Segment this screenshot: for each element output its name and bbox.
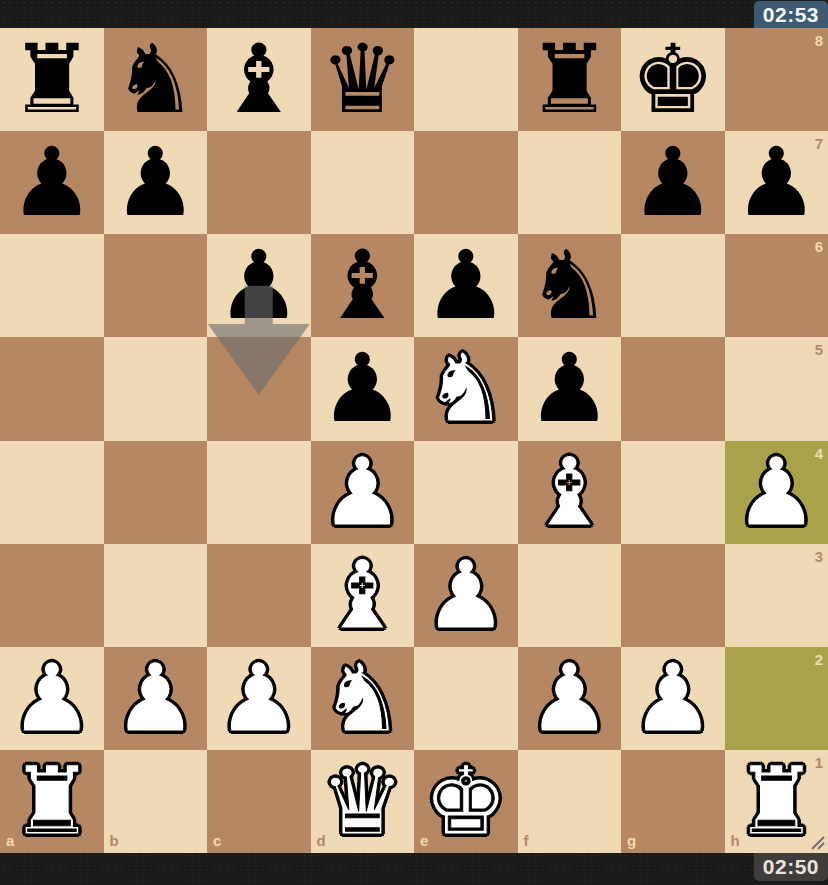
- square-a2[interactable]: ♟: [0, 647, 104, 750]
- black-queen-d8[interactable]: ♛: [311, 28, 415, 131]
- black-pawn-h7[interactable]: ♟: [725, 131, 828, 234]
- square-f2[interactable]: ♟: [518, 647, 622, 750]
- black-knight-f6[interactable]: ♞: [518, 234, 622, 337]
- square-g1[interactable]: g: [621, 750, 725, 853]
- white-king-e1[interactable]: ♚: [414, 750, 518, 853]
- square-b5[interactable]: [104, 337, 208, 440]
- square-d8[interactable]: ♛: [311, 28, 415, 131]
- coordinate-rank-6: 6: [815, 239, 823, 254]
- square-a1[interactable]: a♜: [0, 750, 104, 853]
- chess-board: ♜♞♝♛♜♚8♟♟♟7♟♟♝♟♞6♟♞♟5♟♝4♟♝♟3♟♟♟♞♟♟2a♜bcd…: [0, 28, 828, 853]
- coordinate-file-g: g: [627, 833, 636, 848]
- square-g6[interactable]: [621, 234, 725, 337]
- white-pawn-c2[interactable]: ♟: [207, 647, 311, 750]
- coordinate-file-b: b: [110, 833, 119, 848]
- square-d4[interactable]: ♟: [311, 441, 415, 544]
- square-c6[interactable]: ♟: [207, 234, 311, 337]
- square-b1[interactable]: b: [104, 750, 208, 853]
- square-c1[interactable]: c: [207, 750, 311, 853]
- white-pawn-a2[interactable]: ♟: [0, 647, 104, 750]
- square-c2[interactable]: ♟: [207, 647, 311, 750]
- white-pawn-e3[interactable]: ♟: [414, 544, 518, 647]
- square-a7[interactable]: ♟: [0, 131, 104, 234]
- square-g2[interactable]: ♟: [621, 647, 725, 750]
- coordinate-rank-3: 3: [815, 549, 823, 564]
- square-g4[interactable]: [621, 441, 725, 544]
- square-a8[interactable]: ♜: [0, 28, 104, 131]
- square-b4[interactable]: [104, 441, 208, 544]
- square-e6[interactable]: ♟: [414, 234, 518, 337]
- white-pawn-b2[interactable]: ♟: [104, 647, 208, 750]
- square-b8[interactable]: ♞: [104, 28, 208, 131]
- white-knight-e5[interactable]: ♞: [414, 337, 518, 440]
- square-f1[interactable]: f: [518, 750, 622, 853]
- white-bishop-f4[interactable]: ♝: [518, 441, 622, 544]
- black-rook-a8[interactable]: ♜: [0, 28, 104, 131]
- square-e4[interactable]: [414, 441, 518, 544]
- black-rook-f8[interactable]: ♜: [518, 28, 622, 131]
- white-pawn-f2[interactable]: ♟: [518, 647, 622, 750]
- square-g8[interactable]: ♚: [621, 28, 725, 131]
- square-h2[interactable]: 2: [725, 647, 828, 750]
- black-pawn-c6[interactable]: ♟: [207, 234, 311, 337]
- square-f4[interactable]: ♝: [518, 441, 622, 544]
- square-a6[interactable]: [0, 234, 104, 337]
- white-knight-d2[interactable]: ♞: [311, 647, 415, 750]
- square-b3[interactable]: [104, 544, 208, 647]
- coordinate-file-f: f: [524, 833, 529, 848]
- square-h5[interactable]: 5: [725, 337, 828, 440]
- square-f3[interactable]: [518, 544, 622, 647]
- square-c5[interactable]: [207, 337, 311, 440]
- square-e5[interactable]: ♞: [414, 337, 518, 440]
- square-a4[interactable]: [0, 441, 104, 544]
- square-c3[interactable]: [207, 544, 311, 647]
- white-rook-a1[interactable]: ♜: [0, 750, 104, 853]
- square-d6[interactable]: ♝: [311, 234, 415, 337]
- square-g3[interactable]: [621, 544, 725, 647]
- square-f8[interactable]: ♜: [518, 28, 622, 131]
- black-pawn-f5[interactable]: ♟: [518, 337, 622, 440]
- square-h6[interactable]: 6: [725, 234, 828, 337]
- coordinate-rank-2: 2: [815, 652, 823, 667]
- square-e2[interactable]: [414, 647, 518, 750]
- square-c4[interactable]: [207, 441, 311, 544]
- square-d2[interactable]: ♞: [311, 647, 415, 750]
- square-d1[interactable]: d♛: [311, 750, 415, 853]
- square-e3[interactable]: ♟: [414, 544, 518, 647]
- square-c7[interactable]: [207, 131, 311, 234]
- square-b6[interactable]: [104, 234, 208, 337]
- bottom-bar: 02:50: [0, 853, 828, 885]
- black-pawn-a7[interactable]: ♟: [0, 131, 104, 234]
- black-bishop-c8[interactable]: ♝: [207, 28, 311, 131]
- square-d5[interactable]: ♟: [311, 337, 415, 440]
- white-pawn-d4[interactable]: ♟: [311, 441, 415, 544]
- white-pawn-h4[interactable]: ♟: [725, 441, 828, 544]
- coordinate-file-c: c: [213, 833, 221, 848]
- square-a5[interactable]: [0, 337, 104, 440]
- square-g5[interactable]: [621, 337, 725, 440]
- white-queen-d1[interactable]: ♛: [311, 750, 415, 853]
- square-f6[interactable]: ♞: [518, 234, 622, 337]
- white-bishop-d3[interactable]: ♝: [311, 544, 415, 647]
- square-h4[interactable]: 4♟: [725, 441, 828, 544]
- square-b7[interactable]: ♟: [104, 131, 208, 234]
- square-e7[interactable]: [414, 131, 518, 234]
- black-bishop-d6[interactable]: ♝: [311, 234, 415, 337]
- square-h3[interactable]: 3: [725, 544, 828, 647]
- square-h8[interactable]: 8: [725, 28, 828, 131]
- black-clock: 02:53: [754, 1, 828, 28]
- coordinate-rank-8: 8: [815, 33, 823, 48]
- black-pawn-b7[interactable]: ♟: [104, 131, 208, 234]
- white-pawn-g2[interactable]: ♟: [621, 647, 725, 750]
- square-e8[interactable]: [414, 28, 518, 131]
- square-f7[interactable]: [518, 131, 622, 234]
- black-knight-b8[interactable]: ♞: [104, 28, 208, 131]
- black-king-g8[interactable]: ♚: [621, 28, 725, 131]
- coordinate-rank-5: 5: [815, 342, 823, 357]
- square-c8[interactable]: ♝: [207, 28, 311, 131]
- white-clock: 02:50: [754, 853, 828, 881]
- board-resize-handle-icon[interactable]: [808, 833, 826, 851]
- square-d7[interactable]: [311, 131, 415, 234]
- black-pawn-e6[interactable]: ♟: [414, 234, 518, 337]
- square-e1[interactable]: e♚: [414, 750, 518, 853]
- chess-game-screen: 02:53 ♜♞♝♛♜♚8♟♟♟7♟♟♝♟♞6♟♞♟5♟♝4♟♝♟3♟♟♟♞♟♟…: [0, 0, 828, 885]
- black-pawn-g7[interactable]: ♟: [621, 131, 725, 234]
- square-h7[interactable]: 7♟: [725, 131, 828, 234]
- square-d3[interactable]: ♝: [311, 544, 415, 647]
- square-f5[interactable]: ♟: [518, 337, 622, 440]
- square-g7[interactable]: ♟: [621, 131, 725, 234]
- black-pawn-d5[interactable]: ♟: [311, 337, 415, 440]
- square-a3[interactable]: [0, 544, 104, 647]
- square-b2[interactable]: ♟: [104, 647, 208, 750]
